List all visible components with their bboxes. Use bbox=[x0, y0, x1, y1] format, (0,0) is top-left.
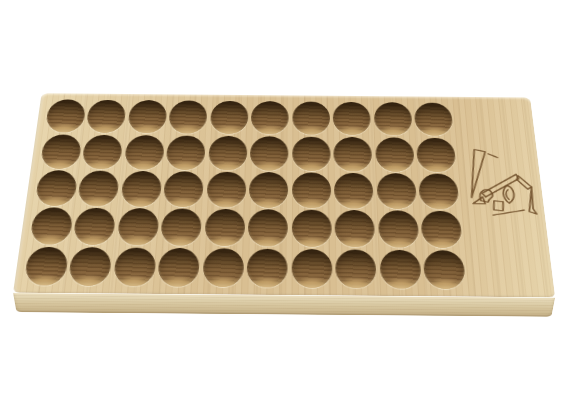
board-cell bbox=[290, 135, 332, 171]
hole-empty bbox=[333, 137, 372, 172]
hole-empty bbox=[416, 137, 457, 172]
board-cell bbox=[333, 209, 377, 248]
board-cell bbox=[248, 135, 290, 171]
board-cell bbox=[372, 101, 415, 136]
board-cell bbox=[208, 100, 250, 135]
hole-empty bbox=[291, 249, 332, 288]
wooden-peg-board bbox=[13, 93, 555, 297]
board-cell bbox=[32, 169, 79, 207]
hole-empty bbox=[204, 209, 245, 246]
board-cell bbox=[247, 171, 290, 209]
board-cell bbox=[164, 134, 208, 170]
board-cell bbox=[118, 170, 164, 208]
hole-empty bbox=[210, 101, 249, 134]
hole-empty bbox=[124, 135, 165, 170]
hole-empty bbox=[423, 250, 466, 289]
hole-empty bbox=[251, 101, 289, 134]
board-cell bbox=[414, 137, 458, 173]
board-cell bbox=[38, 133, 84, 169]
hole-empty bbox=[208, 136, 248, 171]
hole-empty bbox=[249, 172, 289, 208]
hole-empty bbox=[333, 102, 371, 135]
hole-empty bbox=[68, 247, 113, 286]
hole-empty bbox=[127, 100, 167, 133]
hole-empty bbox=[82, 135, 124, 170]
hole-empty bbox=[250, 136, 289, 171]
board-cell bbox=[290, 209, 334, 248]
hole-empty bbox=[29, 208, 74, 245]
hole-empty bbox=[418, 173, 460, 209]
hole-empty bbox=[157, 248, 200, 287]
hole-empty bbox=[23, 247, 69, 286]
board-cell bbox=[331, 101, 373, 136]
hole-empty bbox=[414, 103, 454, 136]
board-cell bbox=[416, 173, 461, 211]
board-cell bbox=[246, 209, 290, 248]
hole-empty bbox=[120, 171, 162, 207]
hole-empty bbox=[206, 172, 246, 208]
board-cell bbox=[249, 100, 290, 135]
hole-empty bbox=[168, 101, 208, 134]
board-cell bbox=[204, 171, 248, 209]
hole-empty bbox=[335, 210, 376, 247]
board-cell bbox=[111, 246, 159, 287]
hole-empty bbox=[292, 172, 331, 208]
board-cell bbox=[290, 171, 333, 209]
board-cell bbox=[289, 248, 334, 289]
board-top-face bbox=[13, 93, 555, 297]
board-cell bbox=[373, 136, 416, 172]
hole-empty bbox=[376, 173, 417, 209]
maker-logo-icon bbox=[454, 145, 541, 238]
hole-empty bbox=[160, 209, 202, 246]
board-cell bbox=[290, 101, 331, 136]
hole-empty bbox=[292, 210, 332, 247]
hole-empty bbox=[163, 171, 204, 207]
board-cell bbox=[27, 207, 75, 246]
board-cell bbox=[71, 207, 118, 246]
hole-empty bbox=[248, 209, 288, 246]
board-cell bbox=[66, 246, 115, 287]
board-cell bbox=[155, 247, 202, 288]
board-cell bbox=[412, 102, 455, 137]
board-cell bbox=[245, 248, 290, 289]
hole-empty bbox=[292, 102, 330, 135]
board-cell bbox=[80, 134, 126, 170]
hole-empty bbox=[86, 100, 127, 133]
hole-empty bbox=[292, 136, 331, 171]
board-cell bbox=[167, 100, 210, 135]
board-cell bbox=[84, 99, 129, 134]
hole-empty bbox=[247, 248, 288, 287]
board-cell bbox=[21, 246, 70, 287]
hole-empty bbox=[116, 208, 159, 245]
hole-empty bbox=[73, 208, 117, 245]
board-cell bbox=[374, 172, 418, 210]
hole-empty bbox=[34, 170, 78, 206]
hole-empty bbox=[375, 137, 415, 172]
board-cell bbox=[206, 135, 249, 171]
hole-empty bbox=[77, 171, 120, 207]
hole-empty bbox=[379, 250, 421, 289]
board-cell bbox=[376, 210, 421, 249]
board-cell bbox=[161, 170, 206, 208]
board-cell bbox=[158, 208, 204, 247]
hole-empty bbox=[373, 102, 412, 135]
hole-empty bbox=[113, 247, 157, 286]
board-cell bbox=[332, 172, 376, 210]
hole-empty bbox=[378, 211, 420, 248]
board-cell bbox=[419, 210, 465, 249]
product-photo-stage bbox=[0, 0, 570, 400]
board-cell bbox=[43, 99, 88, 134]
hole-empty bbox=[335, 249, 377, 288]
board-front-edge bbox=[13, 293, 555, 317]
holes-grid bbox=[21, 99, 468, 290]
board-cell bbox=[75, 170, 121, 208]
hole-empty bbox=[45, 99, 87, 132]
board-cell bbox=[202, 208, 247, 247]
board-cell bbox=[377, 249, 423, 290]
hole-empty bbox=[202, 248, 244, 287]
board-cell bbox=[200, 247, 246, 288]
board-cell bbox=[332, 136, 375, 172]
board-cell bbox=[115, 207, 162, 246]
board-cell bbox=[334, 248, 379, 289]
hole-empty bbox=[166, 135, 206, 170]
hole-empty bbox=[40, 134, 83, 169]
photo-tilt-wrapper bbox=[0, 0, 570, 400]
hole-empty bbox=[334, 173, 374, 209]
hole-empty bbox=[421, 211, 463, 248]
board-cell bbox=[125, 99, 169, 134]
board-cell bbox=[122, 134, 167, 170]
board-cell bbox=[421, 249, 468, 290]
